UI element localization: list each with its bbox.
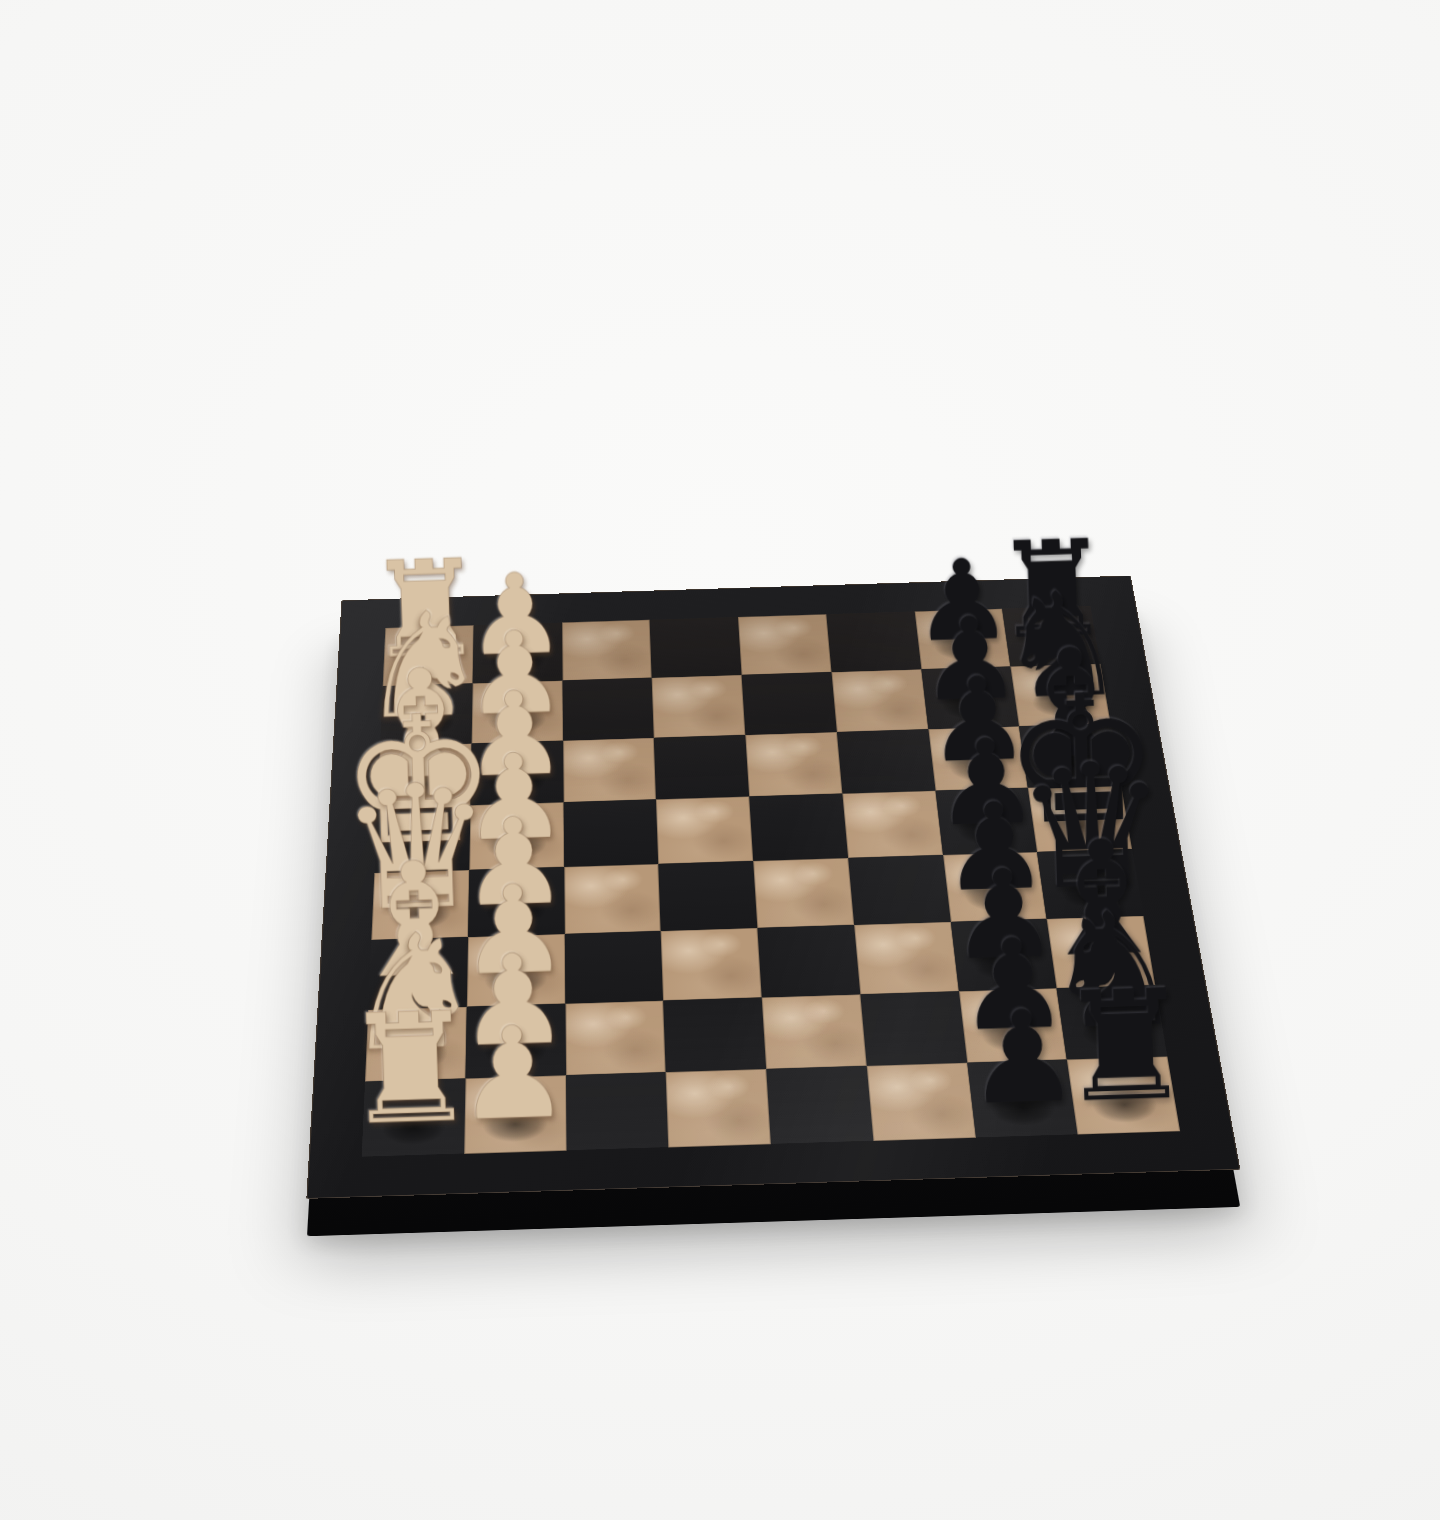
square-h3 <box>562 620 652 681</box>
square-e3 <box>563 800 658 867</box>
square-f4 <box>654 735 749 800</box>
square-f5 <box>745 732 842 797</box>
black-rook: ♜ <box>1055 969 1195 1124</box>
square-g3 <box>562 678 654 741</box>
square-c5 <box>757 925 860 997</box>
square-c6 <box>854 922 959 994</box>
square-a5 <box>766 1066 873 1144</box>
square-g5 <box>742 672 837 735</box>
square-h4 <box>650 617 742 678</box>
square-b5 <box>762 994 867 1069</box>
chess-board: ♜♟♟♜♞♟♟♞♝♟♟♝♚♟♟♚♛♟♟♛♝♟♟♝♞♟♟♞♜♟♟♜ <box>306 576 1240 1199</box>
square-e6 <box>842 791 942 858</box>
square-g6 <box>831 669 928 732</box>
square-d3 <box>564 864 661 934</box>
product-photo-scene: ♜♟♟♜♞♟♟♞♝♟♟♝♚♟♟♚♛♟♟♛♝♟♟♝♞♟♟♞♜♟♟♜ <box>0 0 1440 1520</box>
square-d4 <box>658 861 757 931</box>
square-b3 <box>565 1000 666 1075</box>
square-a1: ♜ <box>362 1079 466 1157</box>
square-a3 <box>566 1072 669 1150</box>
square-g4 <box>652 675 745 738</box>
square-e4 <box>656 797 753 864</box>
square-b6 <box>860 991 967 1066</box>
square-b4 <box>663 997 766 1072</box>
square-a6 <box>866 1063 975 1141</box>
board-grid: ♜♟♟♜♞♟♟♞♝♟♟♝♚♟♟♚♛♟♟♛♝♟♟♝♞♟♟♞♜♟♟♜ <box>362 606 1181 1157</box>
board-frame: ♜♟♟♜♞♟♟♞♝♟♟♝♚♟♟♚♛♟♟♛♝♟♟♝♞♟♟♞♜♟♟♜ <box>306 576 1240 1199</box>
square-d5 <box>753 858 854 928</box>
square-f6 <box>837 729 936 794</box>
square-c3 <box>564 931 663 1004</box>
perspective-viewport: ♜♟♟♜♞♟♟♞♝♟♟♝♚♟♟♚♛♟♟♛♝♟♟♝♞♟♟♞♜♟♟♜ <box>0 0 1440 1520</box>
square-f3 <box>563 738 657 803</box>
white-rook: ♜ <box>341 991 481 1146</box>
square-a8: ♜ <box>1067 1057 1180 1135</box>
square-h5 <box>738 614 831 675</box>
square-a4 <box>666 1069 771 1147</box>
square-d6 <box>848 855 950 925</box>
square-c4 <box>661 928 762 1000</box>
square-e5 <box>749 794 848 861</box>
square-h6 <box>826 611 921 671</box>
camera-tilt: ♜♟♟♜♞♟♟♞♝♟♟♝♚♟♟♚♛♟♟♛♝♟♟♝♞♟♟♞♜♟♟♜ <box>0 0 1440 1520</box>
